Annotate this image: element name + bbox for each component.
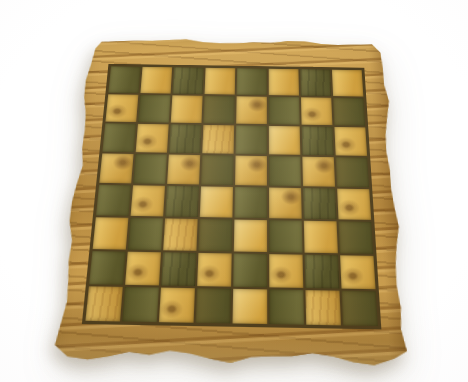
square-d7 xyxy=(203,96,234,124)
square-c4 xyxy=(165,186,199,217)
board-frame xyxy=(50,37,411,369)
chess-board xyxy=(50,37,411,369)
square-a3 xyxy=(93,217,129,249)
photo-background xyxy=(0,0,468,382)
square-h5 xyxy=(336,157,369,187)
board-shadow xyxy=(71,14,397,358)
square-g5 xyxy=(302,157,335,187)
square-c7 xyxy=(171,95,203,123)
square-d2 xyxy=(197,253,232,287)
square-a5 xyxy=(99,153,133,183)
square-a6 xyxy=(102,123,136,152)
square-f6 xyxy=(269,126,300,155)
square-f7 xyxy=(269,97,300,125)
square-g1 xyxy=(305,290,341,325)
square-b4 xyxy=(131,185,165,216)
square-a8 xyxy=(108,66,140,93)
board-grid xyxy=(82,64,382,330)
square-f4 xyxy=(269,188,302,219)
square-f8 xyxy=(269,69,299,96)
square-e6 xyxy=(236,125,267,154)
square-h1 xyxy=(342,291,378,326)
square-g2 xyxy=(305,255,340,289)
square-e4 xyxy=(234,187,267,218)
square-a4 xyxy=(96,185,131,216)
square-b5 xyxy=(133,154,167,184)
square-c2 xyxy=(161,252,196,286)
square-g8 xyxy=(300,69,331,96)
square-b6 xyxy=(136,124,169,153)
square-b8 xyxy=(140,67,172,94)
square-d1 xyxy=(196,288,231,323)
square-a2 xyxy=(89,251,126,285)
square-a1 xyxy=(85,286,122,321)
square-c6 xyxy=(169,124,201,153)
square-d3 xyxy=(198,219,232,251)
square-e7 xyxy=(236,96,267,124)
square-g6 xyxy=(302,126,334,155)
square-f1 xyxy=(269,289,304,324)
square-d6 xyxy=(202,125,234,154)
square-c3 xyxy=(163,218,197,250)
square-g4 xyxy=(303,188,336,219)
square-d5 xyxy=(201,155,234,185)
square-d8 xyxy=(205,68,236,95)
square-c5 xyxy=(167,155,200,185)
square-e2 xyxy=(233,254,267,288)
square-b7 xyxy=(138,95,170,123)
square-c1 xyxy=(159,288,195,323)
square-e1 xyxy=(233,289,268,324)
square-h7 xyxy=(333,98,365,126)
square-f2 xyxy=(269,254,303,288)
square-h8 xyxy=(332,70,363,97)
square-e5 xyxy=(235,156,267,186)
square-g3 xyxy=(304,221,338,254)
square-c8 xyxy=(172,67,203,94)
square-h6 xyxy=(334,127,367,156)
square-h4 xyxy=(337,189,371,220)
square-f3 xyxy=(269,220,302,252)
square-a7 xyxy=(105,94,138,122)
square-f5 xyxy=(269,156,301,186)
square-h3 xyxy=(339,221,374,254)
square-d4 xyxy=(200,186,233,217)
square-e3 xyxy=(234,220,267,252)
square-g7 xyxy=(301,97,332,125)
square-b3 xyxy=(128,218,163,250)
square-e8 xyxy=(237,68,267,95)
square-b1 xyxy=(122,287,159,322)
square-b2 xyxy=(125,252,161,286)
square-h2 xyxy=(340,255,375,289)
